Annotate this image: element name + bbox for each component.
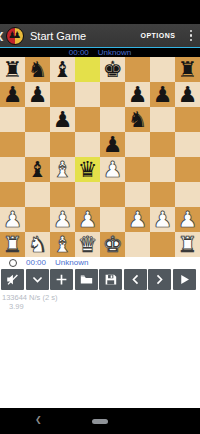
square-b4[interactable]: ♝: [25, 157, 50, 182]
piece-black-pawn: ♟: [50, 107, 75, 132]
navigation-bar: ❮: [0, 408, 200, 434]
status-bar: [0, 0, 200, 24]
square-g3[interactable]: [150, 182, 175, 207]
engine-evaluation-text: 3.99: [9, 302, 200, 311]
white-clock-player: Unknown: [55, 258, 88, 267]
save-button[interactable]: [99, 269, 122, 290]
square-c6[interactable]: ♟: [50, 107, 75, 132]
engine-nodes-text: 133644 N/s (2 s): [2, 293, 200, 302]
square-f2[interactable]: ♟: [125, 207, 150, 232]
square-a7[interactable]: ♟: [0, 82, 25, 107]
square-d8[interactable]: [75, 57, 100, 82]
piece-black-pawn: ♟: [25, 82, 50, 107]
square-f4[interactable]: [125, 157, 150, 182]
engine-output: 133644 N/s (2 s) 3.99: [0, 291, 200, 311]
square-c4[interactable]: ♝: [50, 157, 75, 182]
page-title: Start Game: [30, 30, 140, 42]
side-to-move-icon: [9, 259, 17, 267]
piece-white-king: ♚: [100, 232, 125, 257]
square-f6[interactable]: ♞: [125, 107, 150, 132]
piece-black-pawn: ♟: [125, 82, 150, 107]
square-a1[interactable]: ♜: [0, 232, 25, 257]
piece-black-bishop: ♝: [25, 157, 50, 182]
piece-black-pawn: ♟: [150, 82, 175, 107]
square-f1[interactable]: [125, 232, 150, 257]
square-f5[interactable]: [125, 132, 150, 157]
square-d4[interactable]: ♛: [75, 157, 100, 182]
square-g8[interactable]: [150, 57, 175, 82]
square-d7[interactable]: [75, 82, 100, 107]
square-e2[interactable]: [100, 207, 125, 232]
square-b5[interactable]: [25, 132, 50, 157]
app-logo-icon: [6, 27, 24, 45]
square-c3[interactable]: [50, 182, 75, 207]
square-g7[interactable]: ♟: [150, 82, 175, 107]
square-h4[interactable]: [175, 157, 200, 182]
square-e1[interactable]: ♚: [100, 232, 125, 257]
square-c1[interactable]: ♝: [50, 232, 75, 257]
square-e5[interactable]: ♟: [100, 132, 125, 157]
square-a6[interactable]: [0, 107, 25, 132]
square-g1[interactable]: [150, 232, 175, 257]
save-icon: [104, 273, 117, 286]
square-g5[interactable]: [150, 132, 175, 157]
square-a5[interactable]: [0, 132, 25, 157]
piece-white-pawn: ♟: [150, 207, 175, 232]
square-b6[interactable]: [25, 107, 50, 132]
black-clock-row: 00:00 Unknown: [0, 48, 200, 57]
square-b1[interactable]: ♞: [25, 232, 50, 257]
play-icon: [178, 273, 191, 286]
square-b7[interactable]: ♟: [25, 82, 50, 107]
back-chevron-icon[interactable]: ❮: [0, 31, 3, 41]
piece-white-queen: ♛: [75, 232, 100, 257]
square-a3[interactable]: [0, 182, 25, 207]
square-h5[interactable]: [175, 132, 200, 157]
piece-black-knight: ♞: [125, 107, 150, 132]
square-d2[interactable]: ♟: [75, 207, 100, 232]
square-a4[interactable]: [0, 157, 25, 182]
chevron-left-icon: [129, 273, 142, 286]
square-h1[interactable]: ♜: [175, 232, 200, 257]
chevron-down-icon: [31, 273, 44, 286]
square-g6[interactable]: [150, 107, 175, 132]
chevron-right-button[interactable]: [148, 269, 171, 290]
square-e6[interactable]: [100, 107, 125, 132]
piece-white-rook: ♜: [175, 232, 200, 257]
square-e4[interactable]: ♟: [100, 157, 125, 182]
plus-button[interactable]: [50, 269, 73, 290]
square-a8[interactable]: ♜: [0, 57, 25, 82]
home-pill[interactable]: [92, 419, 108, 424]
piece-black-queen: ♛: [75, 157, 100, 182]
square-e3[interactable]: [100, 182, 125, 207]
piece-white-pawn: ♟: [125, 207, 150, 232]
square-h7[interactable]: ♟: [175, 82, 200, 107]
square-d3[interactable]: [75, 182, 100, 207]
square-b3[interactable]: [25, 182, 50, 207]
piece-black-king: ♚: [100, 57, 125, 82]
action-bar: ❮ Start Game OPTIONS: [0, 24, 200, 47]
white-clock-time: 00:00: [26, 258, 46, 267]
square-g4[interactable]: [150, 157, 175, 182]
piece-black-pawn: ♟: [175, 82, 200, 107]
piece-black-bishop: ♝: [50, 57, 75, 82]
piece-black-pawn: ♟: [0, 82, 25, 107]
square-b2[interactable]: [25, 207, 50, 232]
engine-toolbar: [0, 268, 200, 291]
piece-white-bishop: ♝: [50, 157, 75, 182]
square-c7[interactable]: [50, 82, 75, 107]
chevron-down-button[interactable]: [26, 269, 49, 290]
content-filler: [0, 311, 200, 408]
black-clock-player: Unknown: [98, 48, 131, 57]
folder-open-icon: [80, 273, 93, 286]
piece-white-pawn: ♟: [0, 207, 25, 232]
square-h8[interactable]: ♜: [175, 57, 200, 82]
square-a2[interactable]: ♟: [0, 207, 25, 232]
square-d1[interactable]: ♛: [75, 232, 100, 257]
play-button[interactable]: [173, 269, 196, 290]
overflow-menu-icon[interactable]: [188, 28, 195, 44]
piece-black-pawn: ♟: [100, 132, 125, 157]
chevron-right-icon: [153, 273, 166, 286]
piece-black-rook: ♜: [175, 57, 200, 82]
options-button[interactable]: OPTIONS: [140, 32, 175, 39]
piece-white-rook: ♜: [0, 232, 25, 257]
piece-white-pawn: ♟: [100, 157, 125, 182]
square-h6[interactable]: [175, 107, 200, 132]
mute-button[interactable]: [1, 269, 24, 290]
square-d6[interactable]: [75, 107, 100, 132]
mute-icon: [6, 273, 19, 286]
square-h3[interactable]: [175, 182, 200, 207]
square-c8[interactable]: ♝: [50, 57, 75, 82]
chess-board[interactable]: ♜♞♝♚♜♟♟♟♟♟♟♞♟♝♝♛♟♟♟♟♟♟♟♜♞♝♛♚♜: [0, 57, 200, 257]
square-e7[interactable]: [100, 82, 125, 107]
square-c2[interactable]: ♟: [50, 207, 75, 232]
folder-open-button[interactable]: [75, 269, 98, 290]
plus-icon: [55, 273, 68, 286]
black-clock-time: 00:00: [69, 48, 89, 57]
piece-black-knight: ♞: [25, 57, 50, 82]
square-c5[interactable]: [50, 132, 75, 157]
chevron-left-button[interactable]: [124, 269, 147, 290]
square-e8[interactable]: ♚: [100, 57, 125, 82]
piece-white-pawn: ♟: [175, 207, 200, 232]
square-f3[interactable]: [125, 182, 150, 207]
square-h2[interactable]: ♟: [175, 207, 200, 232]
square-f7[interactable]: ♟: [125, 82, 150, 107]
white-clock-row: 00:00 Unknown: [0, 257, 200, 268]
back-icon[interactable]: ❮: [35, 415, 42, 424]
piece-white-bishop: ♝: [50, 232, 75, 257]
piece-white-pawn: ♟: [50, 207, 75, 232]
phone-screen: ❮ Start Game OPTIONS 00:00 Unknown ♜♞♝♚♜…: [0, 0, 200, 434]
piece-black-rook: ♜: [0, 57, 25, 82]
square-b8[interactable]: ♞: [25, 57, 50, 82]
square-g2[interactable]: ♟: [150, 207, 175, 232]
piece-white-pawn: ♟: [75, 207, 100, 232]
piece-white-knight: ♞: [25, 232, 50, 257]
square-f8[interactable]: [125, 57, 150, 82]
square-d5[interactable]: [75, 132, 100, 157]
